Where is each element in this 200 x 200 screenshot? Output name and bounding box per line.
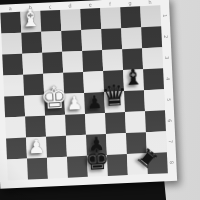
square-r2c0[interactable] <box>2 54 23 76</box>
square-r0c4[interactable] <box>80 8 101 30</box>
square-r0c2[interactable] <box>40 10 61 32</box>
square-r3c7[interactable] <box>143 68 164 90</box>
square-r7c2[interactable] <box>47 157 68 179</box>
square-r3c0[interactable] <box>3 75 24 97</box>
rank-label: 6 <box>165 110 175 131</box>
white-pawn[interactable]: ♟ <box>66 94 83 113</box>
square-r1c6[interactable] <box>121 27 142 49</box>
square-r0c3[interactable] <box>60 9 81 31</box>
rank-label: 5 <box>164 89 174 110</box>
square-r2c3[interactable] <box>62 51 83 73</box>
square-r4c5[interactable]: ♛ <box>104 91 125 113</box>
rank-label: 8 <box>167 152 177 173</box>
square-r4c0[interactable] <box>4 96 25 118</box>
square-r0c5[interactable] <box>100 7 121 29</box>
square-r6c1[interactable]: ♟ <box>26 137 47 159</box>
square-r1c2[interactable] <box>41 31 62 53</box>
rank-label: 3 <box>162 47 172 68</box>
square-r1c3[interactable] <box>61 30 82 52</box>
square-r5c2[interactable] <box>45 115 66 137</box>
square-r7c6[interactable]: ♜ <box>127 153 148 175</box>
square-r2c1[interactable] <box>22 53 43 75</box>
square-r5c7[interactable] <box>145 110 166 132</box>
white-king[interactable]: ♚ <box>40 82 69 114</box>
square-r6c0[interactable] <box>6 138 27 160</box>
square-r1c7[interactable] <box>141 26 162 48</box>
rank-label: 1 <box>160 5 170 26</box>
square-r7c4[interactable]: ♚ <box>87 155 108 177</box>
square-r6c2[interactable] <box>46 136 67 158</box>
white-pawn[interactable]: ♟ <box>28 137 46 157</box>
chessboard-photo: abcdefgh 12345678 ♝♝♚♟♟♛♟♟♚♜ <box>0 0 200 200</box>
square-r1c0[interactable] <box>1 33 22 55</box>
board-grid: ♝♝♚♟♟♛♟♟♚♜ <box>0 5 167 180</box>
square-r1c5[interactable] <box>101 28 122 50</box>
square-r7c0[interactable] <box>7 159 28 181</box>
square-r0c1[interactable]: ♝ <box>20 11 41 33</box>
square-r5c3[interactable] <box>65 114 86 136</box>
square-r0c7[interactable] <box>140 5 161 27</box>
square-r1c1[interactable] <box>21 32 42 54</box>
rank-label: 2 <box>161 26 171 47</box>
white-bishop[interactable]: ♝ <box>19 6 42 31</box>
square-r7c1[interactable] <box>27 158 48 180</box>
square-r5c5[interactable] <box>105 112 126 134</box>
square-r0c0[interactable] <box>0 12 21 34</box>
rank-label: 4 <box>163 68 173 89</box>
square-r2c2[interactable] <box>42 52 63 74</box>
rank-label: 7 <box>166 131 176 152</box>
square-r4c7[interactable] <box>144 89 165 111</box>
square-r0c6[interactable] <box>120 6 141 28</box>
square-r2c4[interactable] <box>82 50 103 72</box>
chess-board: abcdefgh 12345678 ♝♝♚♟♟♛♟♟♚♜ <box>0 0 177 189</box>
square-r2c5[interactable] <box>102 49 123 71</box>
square-r5c0[interactable] <box>5 117 26 139</box>
black-king[interactable]: ♚ <box>84 146 110 175</box>
square-r4c2[interactable]: ♚ <box>44 94 65 116</box>
square-r5c6[interactable] <box>125 111 146 133</box>
square-r2c7[interactable] <box>142 47 163 69</box>
black-queen[interactable]: ♛ <box>101 81 128 111</box>
square-r4c3[interactable]: ♟ <box>64 93 85 115</box>
square-r1c4[interactable] <box>81 29 102 51</box>
